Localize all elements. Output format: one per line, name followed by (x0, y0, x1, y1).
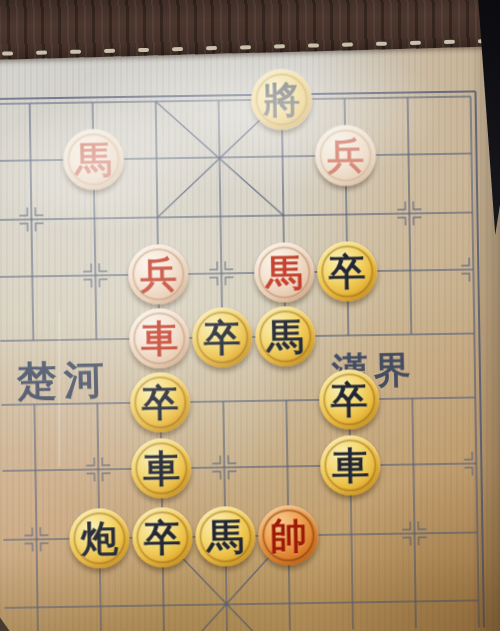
piece-character: 兵 (327, 137, 365, 175)
piece-character: 卒 (144, 519, 182, 557)
piece-character: 馬 (75, 141, 113, 179)
piece-character: 帥 (270, 517, 308, 555)
piece-f1[interactable]: 將 (251, 69, 312, 130)
piece-character: 兵 (140, 256, 178, 294)
photo: 楚河 漢界 將馬兵兵馬卒車卒馬卒卒車車炮卒馬帥 (0, 0, 500, 631)
piece-character: 卒 (329, 253, 367, 291)
piece-character: 馬 (267, 318, 305, 356)
piece-character: 卒 (331, 381, 369, 419)
piece-character: 馬 (207, 518, 245, 556)
piece-character: 車 (332, 447, 370, 485)
xiangqi-board: 楚河 漢界 將馬兵兵馬卒車卒馬卒卒車車炮卒馬帥 (0, 0, 500, 631)
piece-character: 將 (263, 81, 301, 119)
piece-character: 卒 (142, 384, 180, 422)
piece-character: 炮 (81, 520, 119, 558)
piece-character: 車 (143, 450, 181, 488)
river-label-chu-he: 楚河 (16, 352, 111, 409)
piece-character: 車 (141, 320, 179, 358)
piece-character: 馬 (266, 254, 304, 292)
piece-g2[interactable]: 兵 (315, 125, 376, 186)
piece-character: 卒 (204, 319, 242, 357)
piece-c2[interactable]: 馬 (63, 129, 124, 190)
